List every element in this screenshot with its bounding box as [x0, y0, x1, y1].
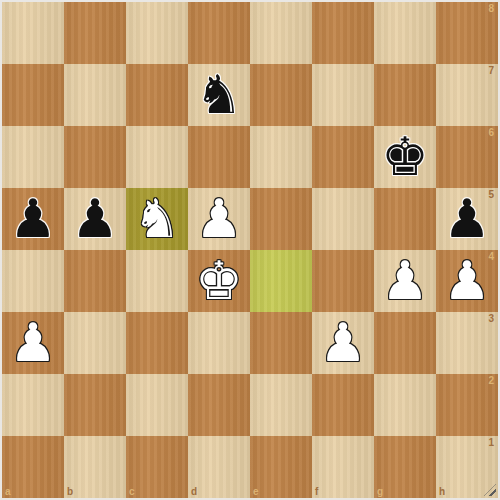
square-h5[interactable]: ♟5: [436, 188, 498, 250]
square-c1[interactable]: c: [126, 436, 188, 498]
square-f6[interactable]: [312, 126, 374, 188]
square-g3[interactable]: [374, 312, 436, 374]
square-c2[interactable]: [126, 374, 188, 436]
square-h8[interactable]: 8: [436, 2, 498, 64]
square-d6[interactable]: [188, 126, 250, 188]
square-g6[interactable]: ♚: [374, 126, 436, 188]
square-c5[interactable]: ♞: [126, 188, 188, 250]
square-b3[interactable]: [64, 312, 126, 374]
white-pawn-g4[interactable]: ♟: [381, 250, 429, 312]
rank-label-2: 2: [488, 375, 494, 386]
square-c4[interactable]: [126, 250, 188, 312]
square-g7[interactable]: [374, 64, 436, 126]
square-g4[interactable]: ♟: [374, 250, 436, 312]
square-h1[interactable]: h1: [436, 436, 498, 498]
square-f1[interactable]: f: [312, 436, 374, 498]
white-pawn-h4[interactable]: ♟: [443, 250, 491, 312]
square-e2[interactable]: [250, 374, 312, 436]
square-d7[interactable]: ♞: [188, 64, 250, 126]
square-b8[interactable]: [64, 2, 126, 64]
square-f4[interactable]: [312, 250, 374, 312]
square-d2[interactable]: [188, 374, 250, 436]
square-h2[interactable]: 2: [436, 374, 498, 436]
square-a1[interactable]: a: [2, 436, 64, 498]
square-a6[interactable]: [2, 126, 64, 188]
square-h3[interactable]: 3: [436, 312, 498, 374]
file-label-f: f: [315, 486, 318, 497]
square-d8[interactable]: [188, 2, 250, 64]
square-g2[interactable]: [374, 374, 436, 436]
square-a8[interactable]: [2, 2, 64, 64]
square-a7[interactable]: [2, 64, 64, 126]
black-pawn-b5[interactable]: ♟: [71, 188, 119, 250]
square-f7[interactable]: [312, 64, 374, 126]
rank-label-7: 7: [488, 65, 494, 76]
white-king-d4[interactable]: ♚: [195, 250, 243, 312]
square-d3[interactable]: [188, 312, 250, 374]
white-pawn-a3[interactable]: ♟: [9, 312, 57, 374]
square-f5[interactable]: [312, 188, 374, 250]
square-a3[interactable]: ♟: [2, 312, 64, 374]
square-d5[interactable]: ♟: [188, 188, 250, 250]
square-c3[interactable]: [126, 312, 188, 374]
square-b5[interactable]: ♟: [64, 188, 126, 250]
square-b2[interactable]: [64, 374, 126, 436]
rank-label-8: 8: [488, 3, 494, 14]
square-a4[interactable]: [2, 250, 64, 312]
square-e4[interactable]: [250, 250, 312, 312]
square-c7[interactable]: [126, 64, 188, 126]
square-h4[interactable]: ♟4: [436, 250, 498, 312]
square-h7[interactable]: 7: [436, 64, 498, 126]
square-e3[interactable]: [250, 312, 312, 374]
file-label-g: g: [377, 486, 383, 497]
square-a5[interactable]: ♟: [2, 188, 64, 250]
black-pawn-a5[interactable]: ♟: [9, 188, 57, 250]
file-label-d: d: [191, 486, 197, 497]
square-e7[interactable]: [250, 64, 312, 126]
black-knight-d7[interactable]: ♞: [195, 64, 243, 126]
board-frame: 8♞7♚6♟♟♞♟♟5♚♟♟4♟♟32abcdefgh1: [0, 0, 500, 500]
square-g1[interactable]: g: [374, 436, 436, 498]
white-pawn-d5[interactable]: ♟: [195, 188, 243, 250]
white-knight-c5[interactable]: ♞: [133, 188, 181, 250]
square-b7[interactable]: [64, 64, 126, 126]
square-c6[interactable]: [126, 126, 188, 188]
rank-label-6: 6: [488, 127, 494, 138]
square-d4[interactable]: ♚: [188, 250, 250, 312]
square-e1[interactable]: e: [250, 436, 312, 498]
rank-label-1: 1: [488, 437, 494, 448]
file-label-e: e: [253, 486, 259, 497]
square-e5[interactable]: [250, 188, 312, 250]
file-label-c: c: [129, 486, 135, 497]
square-b4[interactable]: [64, 250, 126, 312]
square-f8[interactable]: [312, 2, 374, 64]
square-g5[interactable]: [374, 188, 436, 250]
square-e6[interactable]: [250, 126, 312, 188]
square-f3[interactable]: ♟: [312, 312, 374, 374]
square-h6[interactable]: 6: [436, 126, 498, 188]
white-pawn-f3[interactable]: ♟: [319, 312, 367, 374]
rank-label-3: 3: [488, 313, 494, 324]
file-label-a: a: [5, 486, 11, 497]
square-c8[interactable]: [126, 2, 188, 64]
black-pawn-h5[interactable]: ♟: [443, 188, 491, 250]
square-b6[interactable]: [64, 126, 126, 188]
square-b1[interactable]: b: [64, 436, 126, 498]
black-king-g6[interactable]: ♚: [381, 126, 429, 188]
file-label-h: h: [439, 486, 445, 497]
square-g8[interactable]: [374, 2, 436, 64]
square-e8[interactable]: [250, 2, 312, 64]
square-f2[interactable]: [312, 374, 374, 436]
chess-board: 8♞7♚6♟♟♞♟♟5♚♟♟4♟♟32abcdefgh1: [2, 2, 498, 498]
file-label-b: b: [67, 486, 73, 497]
square-d1[interactable]: d: [188, 436, 250, 498]
square-a2[interactable]: [2, 374, 64, 436]
